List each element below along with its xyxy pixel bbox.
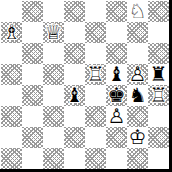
white-queen: ♛♕ <box>43 22 64 43</box>
square-g7[interactable] <box>127 22 148 43</box>
black-king-glyph: ♚ <box>106 85 127 106</box>
square-c6[interactable] <box>43 43 64 64</box>
white-knight: ♞♘ <box>127 1 148 22</box>
black-bishop: ♝♝ <box>64 85 85 106</box>
square-a3[interactable] <box>1 106 22 127</box>
square-d7[interactable] <box>64 22 85 43</box>
square-c1[interactable] <box>43 148 64 169</box>
black-king: ♚♚ <box>106 85 127 106</box>
square-d8[interactable] <box>64 1 85 22</box>
white-bishop-glyph: ♗ <box>1 22 22 43</box>
square-h4[interactable]: ♜♖ <box>148 85 169 106</box>
square-d1[interactable] <box>64 148 85 169</box>
square-d2[interactable] <box>64 127 85 148</box>
square-f2[interactable] <box>106 127 127 148</box>
square-e5[interactable]: ♜♖ <box>85 64 106 85</box>
square-e3[interactable] <box>85 106 106 127</box>
black-knight-glyph: ♞ <box>127 85 148 106</box>
square-f7[interactable] <box>106 22 127 43</box>
square-e7[interactable] <box>85 22 106 43</box>
square-h5[interactable]: ♜♜ <box>148 64 169 85</box>
black-rook-glyph: ♜ <box>148 64 169 85</box>
white-pawn: ♟♙ <box>106 106 127 127</box>
square-c4[interactable] <box>43 85 64 106</box>
square-d4[interactable]: ♝♝ <box>64 85 85 106</box>
square-e6[interactable] <box>85 43 106 64</box>
black-bishop-glyph: ♝ <box>64 85 85 106</box>
white-pawn-glyph: ♙ <box>127 64 148 85</box>
square-b4[interactable] <box>22 85 43 106</box>
square-a1[interactable] <box>1 148 22 169</box>
square-h6[interactable] <box>148 43 169 64</box>
square-h7[interactable] <box>148 22 169 43</box>
square-d6[interactable] <box>64 43 85 64</box>
chess-board: ♞♘♝♗♛♕♜♖♝♝♟♙♜♜♝♝♚♚♞♞♜♖♟♙♚♔ <box>1 1 169 169</box>
black-rook: ♜♜ <box>148 64 169 85</box>
board-border-right <box>169 0 172 172</box>
square-c2[interactable] <box>43 127 64 148</box>
white-pawn-glyph: ♙ <box>106 106 127 127</box>
white-rook-glyph: ♖ <box>85 64 106 85</box>
white-knight-glyph: ♘ <box>127 1 148 22</box>
square-e1[interactable] <box>85 148 106 169</box>
square-b2[interactable] <box>22 127 43 148</box>
white-rook: ♜♖ <box>148 85 169 106</box>
square-b3[interactable] <box>22 106 43 127</box>
square-c5[interactable] <box>43 64 64 85</box>
square-b1[interactable] <box>22 148 43 169</box>
square-f4[interactable]: ♚♚ <box>106 85 127 106</box>
square-f8[interactable] <box>106 1 127 22</box>
square-g1[interactable] <box>127 148 148 169</box>
black-bishop-glyph: ♝ <box>106 64 127 85</box>
white-rook: ♜♖ <box>85 64 106 85</box>
square-e4[interactable] <box>85 85 106 106</box>
square-b5[interactable] <box>22 64 43 85</box>
square-g5[interactable]: ♟♙ <box>127 64 148 85</box>
white-queen-glyph: ♕ <box>43 22 64 43</box>
square-e2[interactable] <box>85 127 106 148</box>
square-d3[interactable] <box>64 106 85 127</box>
square-e8[interactable] <box>85 1 106 22</box>
square-f5[interactable]: ♝♝ <box>106 64 127 85</box>
square-h8[interactable] <box>148 1 169 22</box>
chess-diagram: ♞♘♝♗♛♕♜♖♝♝♟♙♜♜♝♝♚♚♞♞♜♖♟♙♚♔ <box>0 0 172 172</box>
white-pawn: ♟♙ <box>127 64 148 85</box>
square-a6[interactable] <box>1 43 22 64</box>
square-b6[interactable] <box>22 43 43 64</box>
square-a8[interactable] <box>1 1 22 22</box>
square-c8[interactable] <box>43 1 64 22</box>
black-knight: ♞♞ <box>127 85 148 106</box>
square-f3[interactable]: ♟♙ <box>106 106 127 127</box>
square-g2[interactable]: ♚♔ <box>127 127 148 148</box>
square-h1[interactable] <box>148 148 169 169</box>
square-h3[interactable] <box>148 106 169 127</box>
square-a2[interactable] <box>1 127 22 148</box>
black-bishop: ♝♝ <box>106 64 127 85</box>
white-king-glyph: ♔ <box>127 127 148 148</box>
square-g8[interactable]: ♞♘ <box>127 1 148 22</box>
white-rook-glyph: ♖ <box>148 85 169 106</box>
board-border-bottom <box>0 169 172 172</box>
white-king: ♚♔ <box>127 127 148 148</box>
square-d5[interactable] <box>64 64 85 85</box>
square-g6[interactable] <box>127 43 148 64</box>
square-b8[interactable] <box>22 1 43 22</box>
square-h2[interactable] <box>148 127 169 148</box>
square-a4[interactable] <box>1 85 22 106</box>
square-b7[interactable] <box>22 22 43 43</box>
square-c3[interactable] <box>43 106 64 127</box>
square-g4[interactable]: ♞♞ <box>127 85 148 106</box>
white-bishop: ♝♗ <box>1 22 22 43</box>
square-a5[interactable] <box>1 64 22 85</box>
square-a7[interactable]: ♝♗ <box>1 22 22 43</box>
square-f1[interactable] <box>106 148 127 169</box>
square-g3[interactable] <box>127 106 148 127</box>
square-f6[interactable] <box>106 43 127 64</box>
square-c7[interactable]: ♛♕ <box>43 22 64 43</box>
